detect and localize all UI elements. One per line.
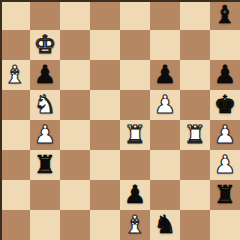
square-a6[interactable]: ♝ — [0, 60, 30, 90]
piece-black-pawn: ♟ — [150, 60, 180, 90]
square-a1[interactable] — [0, 210, 30, 240]
square-h8[interactable]: ♝ — [210, 0, 240, 30]
piece-white-king: ♚ — [30, 30, 60, 60]
square-g1[interactable] — [180, 210, 210, 240]
square-a4[interactable] — [0, 120, 30, 150]
square-b8[interactable] — [30, 0, 60, 30]
square-f8[interactable] — [150, 0, 180, 30]
square-e2[interactable]: ♟ — [120, 180, 150, 210]
square-a7[interactable] — [0, 30, 30, 60]
piece-black-pawn: ♟ — [210, 60, 240, 90]
piece-black-king: ♚ — [210, 90, 240, 120]
square-g5[interactable] — [180, 90, 210, 120]
piece-white-rook: ♜ — [180, 120, 210, 150]
square-h4[interactable]: ♟ — [210, 120, 240, 150]
square-f2[interactable] — [150, 180, 180, 210]
piece-white-knight: ♞ — [30, 90, 60, 120]
square-c1[interactable] — [60, 210, 90, 240]
piece-white-pawn: ♟ — [150, 90, 180, 120]
square-f7[interactable] — [150, 30, 180, 60]
square-d8[interactable] — [90, 0, 120, 30]
square-c3[interactable] — [60, 150, 90, 180]
square-b6[interactable]: ♟ — [30, 60, 60, 90]
square-g3[interactable] — [180, 150, 210, 180]
square-c6[interactable] — [60, 60, 90, 90]
square-c8[interactable] — [60, 0, 90, 30]
piece-white-bishop: ♝ — [0, 60, 30, 90]
piece-black-knight: ♞ — [150, 210, 180, 240]
square-e5[interactable] — [120, 90, 150, 120]
square-g6[interactable] — [180, 60, 210, 90]
square-c4[interactable] — [60, 120, 90, 150]
piece-black-pawn: ♟ — [30, 60, 60, 90]
square-c7[interactable] — [60, 30, 90, 60]
square-b5[interactable]: ♞ — [30, 90, 60, 120]
square-e1[interactable]: ♝ — [120, 210, 150, 240]
square-h1[interactable] — [210, 210, 240, 240]
square-h6[interactable]: ♟ — [210, 60, 240, 90]
square-e8[interactable] — [120, 0, 150, 30]
square-a5[interactable] — [0, 90, 30, 120]
square-d5[interactable] — [90, 90, 120, 120]
square-e6[interactable] — [120, 60, 150, 90]
square-g8[interactable] — [180, 0, 210, 30]
square-b3[interactable]: ♜ — [30, 150, 60, 180]
square-d2[interactable] — [90, 180, 120, 210]
piece-white-rook: ♜ — [120, 120, 150, 150]
piece-white-pawn: ♟ — [210, 120, 240, 150]
square-b2[interactable] — [30, 180, 60, 210]
square-b1[interactable] — [30, 210, 60, 240]
piece-white-pawn: ♟ — [210, 150, 240, 180]
piece-white-bishop: ♝ — [120, 210, 150, 240]
piece-black-pawn: ♟ — [120, 180, 150, 210]
chess-board: ♝♚♝♟♟♟♞♟♚♟♜♜♟♜♟♟♜♝♞ — [0, 0, 240, 240]
square-b7[interactable]: ♚ — [30, 30, 60, 60]
square-e4[interactable]: ♜ — [120, 120, 150, 150]
square-h3[interactable]: ♟ — [210, 150, 240, 180]
square-g4[interactable]: ♜ — [180, 120, 210, 150]
square-f6[interactable]: ♟ — [150, 60, 180, 90]
square-d3[interactable] — [90, 150, 120, 180]
square-e3[interactable] — [120, 150, 150, 180]
square-g7[interactable] — [180, 30, 210, 60]
square-e7[interactable] — [120, 30, 150, 60]
square-f4[interactable] — [150, 120, 180, 150]
square-f3[interactable] — [150, 150, 180, 180]
square-d1[interactable] — [90, 210, 120, 240]
square-g2[interactable] — [180, 180, 210, 210]
square-h2[interactable]: ♜ — [210, 180, 240, 210]
piece-black-rook: ♜ — [30, 150, 60, 180]
square-h5[interactable]: ♚ — [210, 90, 240, 120]
square-d4[interactable] — [90, 120, 120, 150]
piece-black-rook: ♜ — [210, 180, 240, 210]
square-a2[interactable] — [0, 180, 30, 210]
square-d7[interactable] — [90, 30, 120, 60]
square-h7[interactable] — [210, 30, 240, 60]
square-f1[interactable]: ♞ — [150, 210, 180, 240]
square-a8[interactable] — [0, 0, 30, 30]
square-a3[interactable] — [0, 150, 30, 180]
square-f5[interactable]: ♟ — [150, 90, 180, 120]
square-c5[interactable] — [60, 90, 90, 120]
square-b4[interactable]: ♟ — [30, 120, 60, 150]
piece-black-bishop: ♝ — [210, 0, 240, 30]
square-c2[interactable] — [60, 180, 90, 210]
square-d6[interactable] — [90, 60, 120, 90]
piece-white-pawn: ♟ — [30, 120, 60, 150]
